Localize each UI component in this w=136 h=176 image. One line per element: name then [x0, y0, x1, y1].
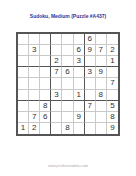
- sudoku-cell-given[interactable]: 3: [29, 45, 40, 56]
- sudoku-cell-empty[interactable]: [40, 56, 51, 67]
- sudoku-cell-given[interactable]: 1: [18, 123, 29, 134]
- sudoku-cell-empty[interactable]: [62, 34, 73, 45]
- sudoku-cell-empty[interactable]: [51, 34, 62, 45]
- sudoku-cell-empty[interactable]: [40, 78, 51, 89]
- sudoku-cell-given[interactable]: 2: [107, 45, 118, 56]
- sudoku-cell-empty[interactable]: [74, 123, 85, 134]
- sudoku-cell-empty[interactable]: [40, 90, 51, 101]
- sudoku-cell-empty[interactable]: [29, 67, 40, 78]
- sudoku-cell-empty[interactable]: [18, 101, 29, 112]
- sudoku-cell-empty[interactable]: [40, 123, 51, 134]
- sudoku-cell-empty[interactable]: [96, 123, 107, 134]
- sudoku-cell-empty[interactable]: [18, 56, 29, 67]
- sudoku-cell-given[interactable]: 9: [85, 45, 96, 56]
- sudoku-cell-empty[interactable]: [107, 90, 118, 101]
- sudoku-cell-empty[interactable]: [96, 56, 107, 67]
- sudoku-cell-given[interactable]: 5: [107, 101, 118, 112]
- sudoku-cell-empty[interactable]: [18, 112, 29, 123]
- sudoku-cell-given[interactable]: 8: [107, 112, 118, 123]
- sudoku-cell-given[interactable]: 6: [85, 34, 96, 45]
- sudoku-cell-given[interactable]: 8: [96, 90, 107, 101]
- sudoku-cell-empty[interactable]: [85, 123, 96, 134]
- sudoku-cell-given[interactable]: 6: [74, 45, 85, 56]
- sudoku-cell-empty[interactable]: [51, 78, 62, 89]
- sudoku-cell-given[interactable]: 8: [40, 101, 51, 112]
- sudoku-cell-given[interactable]: 9: [74, 112, 85, 123]
- sudoku-cell-empty[interactable]: [18, 78, 29, 89]
- sudoku-cell-empty[interactable]: [74, 78, 85, 89]
- sudoku-cell-given[interactable]: 7: [85, 101, 96, 112]
- sudoku-cell-given[interactable]: 9: [107, 123, 118, 134]
- sudoku-cell-empty[interactable]: [51, 101, 62, 112]
- sudoku-cell-empty[interactable]: [74, 34, 85, 45]
- sudoku-cell-empty[interactable]: [107, 67, 118, 78]
- sudoku-cell-empty[interactable]: [62, 78, 73, 89]
- sudoku-cell-given[interactable]: 2: [51, 56, 62, 67]
- sudoku-cell-empty[interactable]: [51, 112, 62, 123]
- sudoku-cell-empty[interactable]: [51, 123, 62, 134]
- sudoku-cell-empty[interactable]: [40, 34, 51, 45]
- sudoku-cell-empty[interactable]: [74, 101, 85, 112]
- sudoku-cell-given[interactable]: 6: [62, 67, 73, 78]
- sudoku-board: 6369722317639731887576981289: [16, 32, 120, 136]
- sudoku-cell-given[interactable]: 1: [107, 56, 118, 67]
- sudoku-cell-empty[interactable]: [18, 90, 29, 101]
- sudoku-cell-given[interactable]: 3: [85, 67, 96, 78]
- sudoku-cell-empty[interactable]: [40, 67, 51, 78]
- sudoku-cell-empty[interactable]: [29, 90, 40, 101]
- sudoku-cell-given[interactable]: 6: [40, 112, 51, 123]
- sudoku-cell-empty[interactable]: [85, 56, 96, 67]
- sudoku-cell-empty[interactable]: [51, 45, 62, 56]
- sudoku-cell-empty[interactable]: [85, 90, 96, 101]
- sudoku-cell-given[interactable]: 3: [74, 56, 85, 67]
- sudoku-cell-given[interactable]: 7: [96, 45, 107, 56]
- sudoku-cell-empty[interactable]: [107, 34, 118, 45]
- sudoku-cell-empty[interactable]: [29, 56, 40, 67]
- sudoku-cell-empty[interactable]: [62, 45, 73, 56]
- sudoku-cell-given[interactable]: 9: [96, 67, 107, 78]
- sudoku-cell-empty[interactable]: [18, 45, 29, 56]
- page-title: Sudoku, Medium (Puzzle #A437): [0, 13, 136, 19]
- sudoku-cell-empty[interactable]: [62, 101, 73, 112]
- sudoku-cell-empty[interactable]: [18, 34, 29, 45]
- sudoku-cell-given[interactable]: 7: [51, 67, 62, 78]
- sudoku-cell-given[interactable]: 2: [29, 123, 40, 134]
- sudoku-cell-empty[interactable]: [18, 67, 29, 78]
- sudoku-cell-given[interactable]: 3: [51, 90, 62, 101]
- sudoku-cell-given[interactable]: 7: [107, 78, 118, 89]
- sudoku-cell-empty[interactable]: [96, 101, 107, 112]
- sudoku-cell-empty[interactable]: [40, 45, 51, 56]
- sudoku-cell-given[interactable]: 7: [29, 112, 40, 123]
- sudoku-cell-given[interactable]: 1: [74, 90, 85, 101]
- sudoku-cell-empty[interactable]: [85, 112, 96, 123]
- sudoku-cell-empty[interactable]: [96, 112, 107, 123]
- sudoku-cell-given[interactable]: 8: [62, 123, 73, 134]
- sudoku-cell-empty[interactable]: [74, 67, 85, 78]
- sudoku-cell-empty[interactable]: [29, 78, 40, 89]
- sudoku-cell-empty[interactable]: [62, 56, 73, 67]
- footer-url: www.printfreesudoku.com: [0, 164, 136, 168]
- sudoku-cell-empty[interactable]: [29, 101, 40, 112]
- sudoku-cell-empty[interactable]: [96, 34, 107, 45]
- sudoku-cell-empty[interactable]: [62, 112, 73, 123]
- sudoku-cell-empty[interactable]: [85, 78, 96, 89]
- sudoku-cell-empty[interactable]: [62, 90, 73, 101]
- sudoku-cell-empty[interactable]: [96, 78, 107, 89]
- sudoku-cell-empty[interactable]: [29, 34, 40, 45]
